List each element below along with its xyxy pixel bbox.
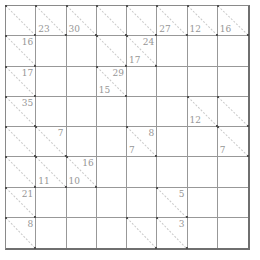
diagonal-end-dot — [125, 65, 127, 67]
diagonal-end-dot — [35, 5, 37, 7]
diagonal-end-dot — [5, 156, 7, 158]
cell-r5c3[interactable] — [97, 157, 127, 187]
diagonal-line — [97, 6, 126, 35]
cell-r6c7[interactable] — [218, 188, 248, 218]
diagonal-end-dot — [65, 34, 67, 36]
across-clue: 35 — [22, 98, 33, 108]
down-clue: 30 — [69, 24, 80, 34]
cell-r0c6: 12 — [188, 6, 218, 36]
cell-r2c1[interactable] — [36, 67, 66, 97]
cell-r4c7: 7 — [218, 127, 248, 157]
down-clue: 7 — [129, 145, 135, 155]
down-clue: 12 — [190, 24, 201, 34]
across-clue: 17 — [22, 68, 33, 78]
cell-r3c3[interactable] — [97, 97, 127, 127]
diagonal-end-dot — [126, 126, 128, 128]
cell-r5c0 — [6, 157, 36, 187]
down-clue: 27 — [159, 24, 170, 34]
cell-r1c3 — [97, 36, 127, 66]
cell-r7c7[interactable] — [218, 218, 248, 248]
diagonal-end-dot — [65, 186, 67, 188]
cell-r6c4[interactable] — [127, 188, 157, 218]
cell-r2c0: 17 — [6, 67, 36, 97]
cell-r5c1: 11 — [36, 157, 66, 187]
diagonal-end-dot — [34, 95, 36, 97]
diagonal-end-dot — [5, 126, 7, 128]
cell-r7c6[interactable] — [188, 218, 218, 248]
diagonal-end-dot — [126, 5, 128, 7]
cell-r6c1[interactable] — [36, 188, 66, 218]
cell-r5c7[interactable] — [218, 157, 248, 187]
down-clue: 10 — [69, 176, 80, 186]
cell-r3c7 — [218, 97, 248, 127]
cell-r7c5: 3 — [157, 218, 187, 248]
cell-r2c4[interactable] — [127, 67, 157, 97]
diagonal-end-dot — [95, 186, 97, 188]
diagonal-end-dot — [216, 34, 218, 36]
down-clue: 7 — [220, 145, 226, 155]
cell-r6c3[interactable] — [97, 188, 127, 218]
diagonal-end-dot — [96, 35, 98, 37]
cell-r7c1[interactable] — [36, 218, 66, 248]
down-clue: 12 — [190, 115, 201, 125]
diagonal-end-dot — [96, 5, 98, 7]
diagonal-end-dot — [247, 125, 249, 127]
diagonal-end-dot — [155, 34, 157, 36]
diagonal-end-dot — [155, 65, 157, 67]
cell-r1c0: 16 — [6, 36, 36, 66]
cell-r4c1: 7 — [36, 127, 66, 157]
across-clue: 16 — [22, 37, 33, 47]
diagonal-end-dot — [187, 96, 189, 98]
cell-r5c4[interactable] — [127, 157, 157, 187]
cell-r3c0: 35 — [6, 97, 36, 127]
cell-r5c5[interactable] — [157, 157, 187, 187]
cell-r1c4: 2417 — [127, 36, 157, 66]
cell-r7c4 — [127, 218, 157, 248]
diagonal-line — [6, 157, 35, 186]
cell-r6c6[interactable] — [188, 188, 218, 218]
diagonal-end-dot — [156, 5, 158, 7]
across-clue: 7 — [58, 128, 64, 138]
cell-r2c7[interactable] — [218, 67, 248, 97]
diagonal-end-dot — [34, 65, 36, 67]
diagonal-line — [97, 36, 126, 65]
cell-r6c2[interactable] — [67, 188, 97, 218]
cell-r1c6[interactable] — [188, 36, 218, 66]
diagonal-end-dot — [155, 247, 157, 249]
diagonal-end-dot — [5, 35, 7, 37]
cell-r0c3 — [97, 6, 127, 36]
diagonal-end-dot — [217, 96, 219, 98]
diagonal-end-dot — [5, 5, 7, 7]
kakuro-grid: 2330271216162417172915351278771116102158… — [5, 5, 250, 250]
cell-r5c2: 1610 — [67, 157, 97, 187]
diagonal-end-dot — [156, 187, 158, 189]
cell-r1c1[interactable] — [36, 36, 66, 66]
cell-r6c0: 21 — [6, 188, 36, 218]
diagonal-end-dot — [35, 126, 37, 128]
cell-r3c2[interactable] — [67, 97, 97, 127]
cell-r6c5: 5 — [157, 188, 187, 218]
cell-r1c2[interactable] — [67, 36, 97, 66]
cell-r0c5: 27 — [157, 6, 187, 36]
cell-r1c7[interactable] — [218, 36, 248, 66]
cell-r3c5[interactable] — [157, 97, 187, 127]
diagonal-end-dot — [66, 5, 68, 7]
down-clue: 11 — [38, 176, 49, 186]
cell-r3c6: 12 — [188, 97, 218, 127]
cell-r1c5[interactable] — [157, 36, 187, 66]
diagonal-end-dot — [5, 187, 7, 189]
diagonal-end-dot — [5, 66, 7, 68]
cell-r0c2: 30 — [67, 6, 97, 36]
across-clue: 8 — [28, 219, 34, 229]
cell-r2c6[interactable] — [188, 67, 218, 97]
diagonal-end-dot — [155, 155, 157, 157]
cell-r4c5[interactable] — [157, 127, 187, 157]
diagonal-line — [127, 218, 156, 248]
diagonal-end-dot — [186, 247, 188, 249]
diagonal-end-dot — [156, 217, 158, 219]
cell-r4c4: 87 — [127, 127, 157, 157]
diagonal-line — [127, 6, 156, 35]
across-clue: 16 — [82, 158, 93, 168]
cell-r4c0 — [6, 127, 36, 157]
cell-r4c2[interactable] — [67, 127, 97, 157]
diagonal-end-dot — [34, 247, 36, 249]
down-clue: 17 — [129, 55, 140, 65]
down-clue: 16 — [220, 24, 231, 34]
cell-r5c6[interactable] — [188, 157, 218, 187]
cell-r0c4 — [127, 6, 157, 36]
diagonal-end-dot — [125, 95, 127, 97]
cell-r7c2[interactable] — [67, 218, 97, 248]
diagonal-end-dot — [126, 217, 128, 219]
diagonal-end-dot — [186, 216, 188, 218]
diagonal-end-dot — [126, 35, 128, 37]
cell-r4c3[interactable] — [97, 127, 127, 157]
diagonal-line — [218, 97, 248, 126]
cell-r2c3: 2915 — [97, 67, 127, 97]
diagonal-end-dot — [5, 217, 7, 219]
cell-r7c0: 8 — [6, 218, 36, 248]
diagonal-end-dot — [217, 5, 219, 7]
cell-r0c7: 16 — [218, 6, 248, 36]
diagonal-line — [6, 6, 35, 35]
diagonal-end-dot — [217, 126, 219, 128]
cell-r3c4[interactable] — [127, 97, 157, 127]
across-clue: 5 — [179, 189, 185, 199]
cell-r0c1: 23 — [36, 6, 66, 36]
diagonal-end-dot — [35, 156, 37, 158]
across-clue: 3 — [179, 219, 185, 229]
kakuro-board: 2330271216162417172915351278771116102158… — [0, 0, 260, 260]
diagonal-end-dot — [34, 216, 36, 218]
down-clue: 23 — [38, 24, 49, 34]
diagonal-end-dot — [247, 34, 249, 36]
diagonal-end-dot — [66, 156, 68, 158]
diagonal-end-dot — [187, 5, 189, 7]
across-clue: 29 — [113, 68, 124, 78]
diagonal-line — [6, 127, 35, 156]
cell-r0c0 — [6, 6, 36, 36]
across-clue: 24 — [143, 37, 154, 47]
diagonal-end-dot — [247, 155, 249, 157]
cell-r2c5[interactable] — [157, 67, 187, 97]
diagonal-end-dot — [5, 96, 7, 98]
diagonal-end-dot — [34, 186, 36, 188]
cell-r4c6[interactable] — [188, 127, 218, 157]
diagonal-end-dot — [96, 66, 98, 68]
across-clue: 21 — [22, 189, 33, 199]
diagonal-end-dot — [186, 34, 188, 36]
down-clue: 15 — [99, 85, 110, 95]
cell-r7c3[interactable] — [97, 218, 127, 248]
across-clue: 8 — [149, 128, 155, 138]
cell-r3c1[interactable] — [36, 97, 66, 127]
cell-r2c2[interactable] — [67, 67, 97, 97]
diagonal-end-dot — [34, 34, 36, 36]
